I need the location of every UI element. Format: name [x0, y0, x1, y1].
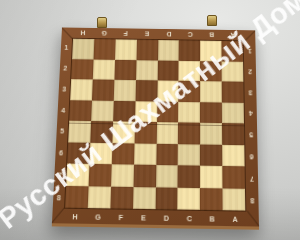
square-e7 — [133, 165, 156, 187]
file-label-bottom-h: H — [63, 209, 86, 224]
square-c6 — [178, 144, 200, 166]
square-d1 — [158, 40, 180, 60]
square-b4 — [200, 102, 222, 123]
file-label-top-g: G — [94, 28, 116, 38]
rank-label-right-7: 7 — [246, 167, 259, 189]
file-label-top-h: H — [72, 28, 94, 38]
square-a5 — [222, 123, 244, 145]
square-h3 — [70, 79, 92, 100]
file-label-bottom-d: D — [155, 210, 178, 225]
file-label-top-c: C — [179, 29, 200, 39]
square-f8 — [110, 186, 133, 209]
file-label-top-e: E — [136, 29, 158, 39]
corner-seam — [52, 208, 65, 223]
square-b5 — [200, 123, 222, 145]
square-g4 — [91, 100, 113, 121]
square-a6 — [222, 144, 244, 166]
file-label-top-f: F — [115, 28, 137, 38]
brass-hinge-icon — [97, 17, 107, 28]
square-e1 — [136, 40, 158, 60]
rank-label-right-2: 2 — [244, 61, 256, 82]
corner-seam — [62, 28, 73, 39]
square-f7 — [111, 164, 134, 186]
square-f2 — [114, 59, 136, 80]
square-f1 — [115, 39, 137, 59]
brass-hinge-icon — [207, 15, 217, 26]
square-d6 — [156, 143, 178, 165]
square-d7 — [156, 165, 179, 187]
square-h2 — [71, 59, 93, 80]
square-f3 — [114, 80, 136, 101]
rank-label-right-5: 5 — [245, 123, 257, 145]
square-e8 — [133, 187, 156, 210]
file-label-top-d: D — [158, 29, 180, 39]
square-a8 — [223, 188, 246, 211]
square-a3 — [222, 81, 244, 102]
square-g3 — [92, 79, 114, 100]
rank-labels-right: 12345678 — [244, 40, 259, 211]
file-label-bottom-f: F — [109, 209, 132, 224]
square-a4 — [222, 102, 244, 123]
square-c7 — [178, 165, 200, 187]
rank-label-right-6: 6 — [245, 145, 258, 167]
square-e6 — [134, 143, 157, 165]
rank-label-right-3: 3 — [244, 81, 256, 102]
square-g1 — [93, 39, 115, 59]
rank-label-right-4: 4 — [245, 102, 257, 123]
square-g2 — [93, 59, 115, 80]
square-d5 — [156, 122, 178, 144]
file-label-bottom-b: B — [201, 211, 224, 226]
square-a7 — [222, 166, 245, 188]
file-label-bottom-c: C — [178, 211, 201, 226]
square-b7 — [200, 166, 222, 188]
rank-label-right-8: 8 — [246, 189, 259, 212]
file-labels-bottom: HGFEDCBA — [63, 209, 246, 227]
square-d8 — [155, 187, 178, 210]
square-b8 — [200, 188, 223, 211]
square-c5 — [178, 122, 200, 144]
square-b6 — [200, 144, 222, 166]
file-label-bottom-e: E — [132, 210, 155, 225]
corner-seam — [247, 211, 260, 227]
square-h4 — [69, 100, 92, 121]
square-e2 — [136, 60, 158, 81]
square-h1 — [72, 39, 94, 59]
square-g8 — [88, 186, 111, 209]
square-c8 — [178, 187, 201, 210]
file-label-bottom-g: G — [86, 209, 109, 224]
file-label-bottom-a: A — [224, 211, 247, 226]
photo-scene: HGFEDCBA HGFEDCBA 12345678 12345678 Русс… — [0, 0, 300, 240]
